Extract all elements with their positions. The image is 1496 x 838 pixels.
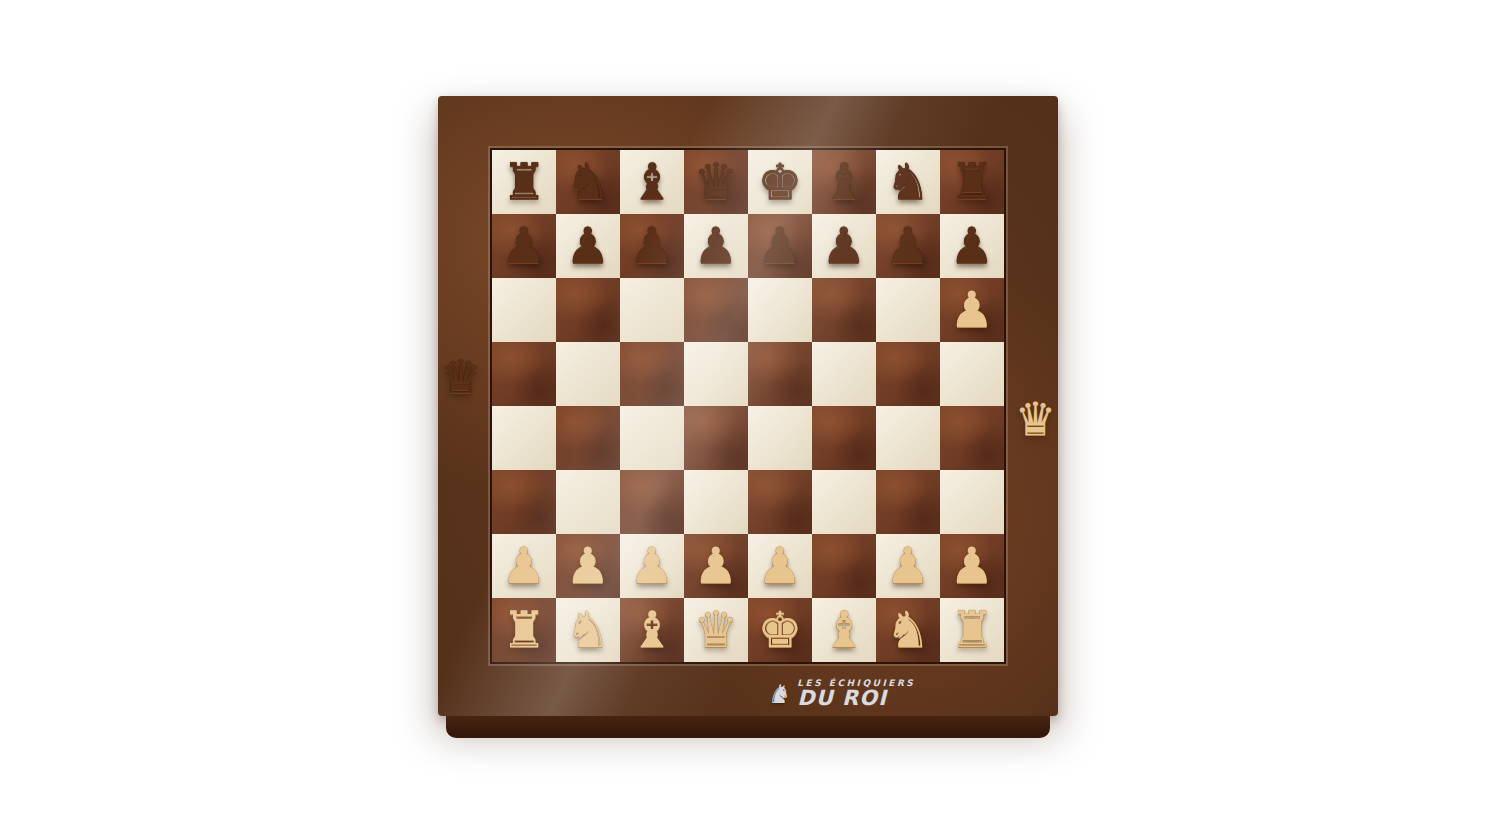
product-photo-canvas: ♜♞♝♛♚♝♞♜♟♟♟♟♟♟♟♟♟♟♟♟♟♟♟♟♜♞♝♛♚♝♞♜ ♛ ♛ ♞ L… xyxy=(0,0,1496,838)
square-b3 xyxy=(556,470,620,534)
piece-black-knight: ♞ xyxy=(566,157,611,207)
piece-white-knight: ♞ xyxy=(886,605,931,655)
piece-black-pawn: ♟ xyxy=(950,221,995,271)
logo-line2: DU ROI xyxy=(797,686,887,710)
square-d3 xyxy=(684,470,748,534)
square-d8: ♛ xyxy=(684,150,748,214)
piece-black-knight: ♞ xyxy=(886,157,931,207)
square-a3 xyxy=(492,470,556,534)
square-f8: ♝ xyxy=(812,150,876,214)
piece-black-queen: ♛ xyxy=(694,157,739,207)
square-c1: ♝ xyxy=(620,598,684,662)
board-edge-thickness xyxy=(446,716,1050,738)
piece-black-pawn: ♟ xyxy=(822,221,867,271)
spare-white-queen: ♛ xyxy=(1015,396,1056,442)
square-h6: ♟ xyxy=(940,278,1004,342)
piece-black-pawn: ♟ xyxy=(566,221,611,271)
square-b4 xyxy=(556,406,620,470)
piece-black-king: ♚ xyxy=(758,157,803,207)
square-a5 xyxy=(492,342,556,406)
piece-black-pawn: ♟ xyxy=(630,221,675,271)
piece-white-queen: ♛ xyxy=(694,605,739,655)
square-a6 xyxy=(492,278,556,342)
piece-white-pawn: ♟ xyxy=(630,541,675,591)
knight-rider-logo-icon: ♞ xyxy=(768,679,791,709)
square-g8: ♞ xyxy=(876,150,940,214)
square-h8: ♜ xyxy=(940,150,1004,214)
board-grid: ♜♞♝♛♚♝♞♜♟♟♟♟♟♟♟♟♟♟♟♟♟♟♟♟♜♞♝♛♚♝♞♜ xyxy=(492,150,1004,662)
square-b2: ♟ xyxy=(556,534,620,598)
square-c3 xyxy=(620,470,684,534)
square-c4 xyxy=(620,406,684,470)
piece-white-rook: ♜ xyxy=(950,605,995,655)
square-e8: ♚ xyxy=(748,150,812,214)
square-c7: ♟ xyxy=(620,214,684,278)
square-e4 xyxy=(748,406,812,470)
square-f2 xyxy=(812,534,876,598)
piece-black-bishop: ♝ xyxy=(630,157,675,207)
piece-white-bishop: ♝ xyxy=(822,605,867,655)
square-e1: ♚ xyxy=(748,598,812,662)
square-f6 xyxy=(812,278,876,342)
square-b6 xyxy=(556,278,620,342)
square-h1: ♜ xyxy=(940,598,1004,662)
square-g5 xyxy=(876,342,940,406)
square-f5 xyxy=(812,342,876,406)
piece-black-rook: ♜ xyxy=(502,157,547,207)
square-f7: ♟ xyxy=(812,214,876,278)
square-g4 xyxy=(876,406,940,470)
square-b5 xyxy=(556,342,620,406)
square-e3 xyxy=(748,470,812,534)
piece-black-pawn: ♟ xyxy=(758,221,803,271)
square-c6 xyxy=(620,278,684,342)
square-g2: ♟ xyxy=(876,534,940,598)
square-a1: ♜ xyxy=(492,598,556,662)
square-c2: ♟ xyxy=(620,534,684,598)
square-g1: ♞ xyxy=(876,598,940,662)
piece-white-king: ♚ xyxy=(758,605,803,655)
chessboard: ♜♞♝♛♚♝♞♜♟♟♟♟♟♟♟♟♟♟♟♟♟♟♟♟♜♞♝♛♚♝♞♜ ♛ ♛ ♞ L… xyxy=(438,96,1058,738)
square-f4 xyxy=(812,406,876,470)
piece-white-knight: ♞ xyxy=(566,605,611,655)
piece-white-pawn: ♟ xyxy=(950,285,995,335)
piece-white-pawn: ♟ xyxy=(758,541,803,591)
square-h4 xyxy=(940,406,1004,470)
square-e5 xyxy=(748,342,812,406)
square-h2: ♟ xyxy=(940,534,1004,598)
square-a2: ♟ xyxy=(492,534,556,598)
piece-white-pawn: ♟ xyxy=(886,541,931,591)
square-h3 xyxy=(940,470,1004,534)
piece-white-pawn: ♟ xyxy=(566,541,611,591)
board-border: ♜♞♝♛♚♝♞♜♟♟♟♟♟♟♟♟♟♟♟♟♟♟♟♟♜♞♝♛♚♝♞♜ ♛ ♛ ♞ L… xyxy=(438,96,1058,716)
square-d6 xyxy=(684,278,748,342)
brand-logo: ♞ LES ÉCHIQUIERS DU ROI xyxy=(768,678,915,710)
piece-black-pawn: ♟ xyxy=(694,221,739,271)
square-h5 xyxy=(940,342,1004,406)
square-a8: ♜ xyxy=(492,150,556,214)
square-a4 xyxy=(492,406,556,470)
spare-black-queen: ♛ xyxy=(440,354,481,400)
square-h7: ♟ xyxy=(940,214,1004,278)
square-d5 xyxy=(684,342,748,406)
square-e7: ♟ xyxy=(748,214,812,278)
square-b7: ♟ xyxy=(556,214,620,278)
square-f1: ♝ xyxy=(812,598,876,662)
square-b1: ♞ xyxy=(556,598,620,662)
square-c5 xyxy=(620,342,684,406)
piece-black-pawn: ♟ xyxy=(502,221,547,271)
piece-white-rook: ♜ xyxy=(502,605,547,655)
square-d1: ♛ xyxy=(684,598,748,662)
square-d2: ♟ xyxy=(684,534,748,598)
square-f3 xyxy=(812,470,876,534)
piece-white-pawn: ♟ xyxy=(694,541,739,591)
square-a7: ♟ xyxy=(492,214,556,278)
piece-black-pawn: ♟ xyxy=(886,221,931,271)
square-b8: ♞ xyxy=(556,150,620,214)
square-e6 xyxy=(748,278,812,342)
square-c8: ♝ xyxy=(620,150,684,214)
piece-white-pawn: ♟ xyxy=(502,541,547,591)
square-e2: ♟ xyxy=(748,534,812,598)
piece-black-bishop: ♝ xyxy=(822,157,867,207)
square-d7: ♟ xyxy=(684,214,748,278)
square-d4 xyxy=(684,406,748,470)
piece-white-bishop: ♝ xyxy=(630,605,675,655)
square-g6 xyxy=(876,278,940,342)
piece-black-rook: ♜ xyxy=(950,157,995,207)
piece-white-pawn: ♟ xyxy=(950,541,995,591)
square-g3 xyxy=(876,470,940,534)
square-g7: ♟ xyxy=(876,214,940,278)
